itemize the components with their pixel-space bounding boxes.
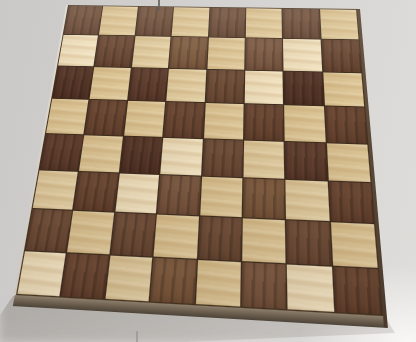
- square-r5c4[interactable]: [160, 137, 202, 175]
- square-r3c7[interactable]: [284, 71, 324, 105]
- square-r7c3[interactable]: [110, 213, 156, 256]
- square-r2c1[interactable]: [58, 35, 98, 66]
- square-r7c4[interactable]: [154, 215, 199, 258]
- square-r8c3[interactable]: [105, 255, 152, 301]
- square-r7c1[interactable]: [25, 209, 72, 251]
- square-r4c4[interactable]: [163, 102, 204, 138]
- square-r7c5[interactable]: [198, 217, 242, 261]
- square-r6c5[interactable]: [200, 177, 243, 218]
- square-r6c7[interactable]: [286, 180, 330, 222]
- square-r5c5[interactable]: [202, 139, 243, 177]
- square-r8c6[interactable]: [241, 262, 286, 309]
- square-r1c5[interactable]: [208, 8, 245, 38]
- surface-mark: [136, 331, 138, 342]
- square-r8c2[interactable]: [61, 253, 109, 299]
- square-r7c6[interactable]: [242, 219, 286, 263]
- board-grid: [16, 5, 383, 316]
- square-r8c5[interactable]: [195, 260, 240, 307]
- square-r5c3[interactable]: [120, 136, 163, 174]
- square-r1c6[interactable]: [246, 8, 283, 38]
- square-r7c2[interactable]: [68, 211, 114, 254]
- square-r3c8[interactable]: [323, 72, 364, 106]
- square-r7c7[interactable]: [286, 221, 331, 266]
- square-r8c8[interactable]: [333, 266, 382, 314]
- square-r4c3[interactable]: [124, 101, 165, 136]
- square-r6c2[interactable]: [74, 172, 119, 212]
- square-r2c4[interactable]: [169, 37, 207, 69]
- square-r1c1[interactable]: [64, 6, 103, 35]
- square-r2c2[interactable]: [95, 36, 135, 67]
- square-r2c5[interactable]: [207, 38, 245, 70]
- square-r5c1[interactable]: [40, 134, 84, 171]
- square-r6c1[interactable]: [33, 170, 79, 210]
- square-r1c7[interactable]: [283, 9, 320, 39]
- square-r3c1[interactable]: [52, 66, 93, 99]
- square-r4c6[interactable]: [244, 104, 284, 140]
- square-r5c2[interactable]: [79, 135, 122, 172]
- square-r4c7[interactable]: [284, 105, 325, 141]
- square-r3c3[interactable]: [128, 68, 168, 101]
- hanging-thread: [158, 0, 160, 11]
- square-r1c4[interactable]: [172, 7, 209, 37]
- square-r6c4[interactable]: [157, 175, 200, 216]
- square-r7c8[interactable]: [331, 223, 378, 268]
- square-r3c6[interactable]: [245, 70, 284, 104]
- square-r5c7[interactable]: [285, 141, 327, 180]
- square-r4c1[interactable]: [46, 99, 89, 134]
- square-r5c8[interactable]: [326, 143, 370, 182]
- chessboard: [16, 5, 383, 316]
- square-r6c8[interactable]: [328, 181, 374, 223]
- square-r2c6[interactable]: [245, 38, 283, 70]
- square-r3c4[interactable]: [166, 69, 205, 103]
- square-r8c7[interactable]: [287, 264, 334, 312]
- square-r1c8[interactable]: [320, 9, 359, 39]
- square-r4c8[interactable]: [325, 106, 368, 143]
- square-r4c5[interactable]: [203, 103, 243, 139]
- square-r2c3[interactable]: [132, 36, 171, 67]
- square-r8c4[interactable]: [150, 257, 196, 304]
- square-r2c7[interactable]: [283, 39, 322, 71]
- board-photo-scene: [0, 0, 416, 342]
- square-r6c6[interactable]: [243, 178, 285, 219]
- square-r6c3[interactable]: [115, 173, 159, 213]
- square-r8c1[interactable]: [17, 251, 66, 296]
- square-r5c6[interactable]: [243, 140, 284, 179]
- square-r4c2[interactable]: [85, 100, 127, 135]
- square-r1c2[interactable]: [99, 6, 137, 35]
- square-r3c2[interactable]: [90, 67, 131, 100]
- square-r2c8[interactable]: [321, 40, 361, 72]
- square-r3c5[interactable]: [205, 70, 244, 104]
- square-r1c3[interactable]: [135, 7, 173, 37]
